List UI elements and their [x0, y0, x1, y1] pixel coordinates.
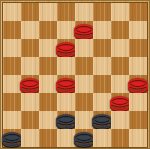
red-man-piece[interactable]: ⛂ [21, 75, 39, 93]
square-r0c6 [111, 3, 129, 21]
square-r6c6 [111, 111, 129, 129]
square-r2c4 [75, 39, 93, 57]
black-man-piece[interactable]: ⛂ [3, 129, 21, 147]
square-r7c4[interactable]: ⛂ [75, 129, 93, 147]
square-r5c0[interactable] [3, 93, 21, 111]
square-r7c0[interactable]: ⛂ [3, 129, 21, 147]
red-man-piece[interactable]: ⛂ [111, 93, 129, 111]
square-r2c3[interactable]: ⛂ [57, 39, 75, 57]
red-man-piece[interactable]: ⛂ [129, 75, 147, 93]
red-man-piece[interactable]: ⛂ [57, 75, 75, 93]
square-r0c5[interactable] [93, 3, 111, 21]
square-r2c0 [3, 39, 21, 57]
square-r6c1[interactable] [21, 111, 39, 129]
square-r0c7[interactable] [129, 3, 147, 21]
square-r7c6[interactable] [111, 129, 129, 147]
square-r2c7[interactable] [129, 39, 147, 57]
square-r1c7 [129, 21, 147, 39]
square-r1c6[interactable] [111, 21, 129, 39]
square-r1c1 [21, 21, 39, 39]
square-r3c5 [93, 57, 111, 75]
square-r4c7[interactable]: ⛂ [129, 75, 147, 93]
red-man-piece[interactable]: ⛂ [75, 21, 93, 39]
square-r4c1[interactable]: ⛂ [21, 75, 39, 93]
square-r6c7[interactable] [129, 111, 147, 129]
square-r5c1 [21, 93, 39, 111]
red-man-piece[interactable]: ⛂ [57, 39, 75, 57]
checkers-board-frame: ⛂⛂⛂⛂⛂⛂⛂⛂⛂⛂ [0, 0, 150, 149]
square-r1c4[interactable]: ⛂ [75, 21, 93, 39]
square-r0c2 [39, 3, 57, 21]
square-r6c5[interactable]: ⛂ [93, 111, 111, 129]
square-r2c6 [111, 39, 129, 57]
square-r0c1[interactable] [21, 3, 39, 21]
black-man-piece[interactable]: ⛂ [75, 129, 93, 147]
square-r4c4 [75, 75, 93, 93]
square-r7c2[interactable] [39, 129, 57, 147]
square-r7c5 [93, 129, 111, 147]
square-r4c3[interactable]: ⛂ [57, 75, 75, 93]
square-r5c7 [129, 93, 147, 111]
square-r1c0[interactable] [3, 21, 21, 39]
square-r1c5 [93, 21, 111, 39]
square-r5c6[interactable]: ⛂ [111, 93, 129, 111]
checkers-board: ⛂⛂⛂⛂⛂⛂⛂⛂⛂⛂ [2, 2, 148, 148]
square-r7c1 [21, 129, 39, 147]
square-r7c7 [129, 129, 147, 147]
square-r3c4[interactable] [75, 57, 93, 75]
black-man-piece[interactable]: ⛂ [93, 111, 111, 129]
square-r0c0 [3, 3, 21, 21]
square-r2c5[interactable] [93, 39, 111, 57]
square-r2c1[interactable] [21, 39, 39, 57]
